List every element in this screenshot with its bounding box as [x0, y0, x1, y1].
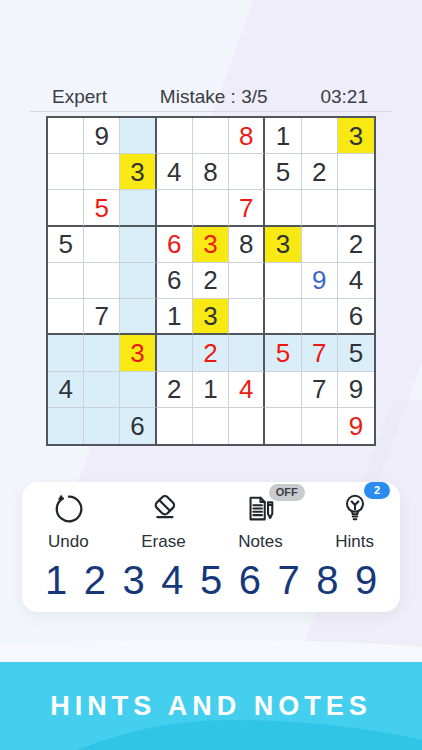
cell-r9c5[interactable]	[193, 408, 229, 444]
difficulty-label: Expert	[52, 86, 107, 108]
cell-r5c1[interactable]	[48, 263, 84, 299]
cell-r4c3[interactable]	[120, 227, 156, 263]
numpad-8[interactable]: 8	[309, 560, 345, 600]
cell-r7c4[interactable]	[157, 335, 193, 371]
cell-r4c6[interactable]: 8	[229, 227, 265, 263]
numpad-5[interactable]: 5	[193, 560, 229, 600]
undo-icon	[51, 492, 85, 529]
sudoku-board: 98133485257563832629471363257542147969	[46, 116, 376, 446]
cell-r1c9[interactable]: 3	[338, 118, 374, 154]
numpad-1[interactable]: 1	[38, 560, 74, 600]
cell-r1c1[interactable]	[48, 118, 84, 154]
cell-r8c2[interactable]	[84, 372, 120, 408]
cell-r9c9[interactable]: 9	[338, 408, 374, 444]
cell-r8c7[interactable]	[265, 372, 301, 408]
cell-r6c9[interactable]: 6	[338, 299, 374, 335]
numpad-4[interactable]: 4	[154, 560, 190, 600]
erase-label: Erase	[141, 532, 185, 552]
cell-r1c2[interactable]: 9	[84, 118, 120, 154]
notes-label: Notes	[238, 532, 282, 552]
hints-label: Hints	[335, 532, 374, 552]
cell-r2c6[interactable]	[229, 154, 265, 190]
cell-r4c8[interactable]	[302, 227, 338, 263]
cell-r6c1[interactable]	[48, 299, 84, 335]
cell-r1c7[interactable]: 1	[265, 118, 301, 154]
cell-r2c5[interactable]: 8	[193, 154, 229, 190]
notes-off-badge: OFF	[269, 484, 305, 501]
banner-text: HINTS AND NOTES	[50, 691, 372, 722]
cell-r4c9[interactable]: 2	[338, 227, 374, 263]
cell-r2c2[interactable]	[84, 154, 120, 190]
hints-count-badge: 2	[364, 482, 390, 499]
app-screen: Expert Mistake : 3/5 03:21 9813348525756…	[0, 0, 422, 750]
cell-r5c6[interactable]	[229, 263, 265, 299]
number-pad: 123456789	[22, 554, 400, 606]
cell-r2c7[interactable]: 5	[265, 154, 301, 190]
cell-r8c8[interactable]: 7	[302, 372, 338, 408]
cell-r1c8[interactable]	[302, 118, 338, 154]
cell-r5c7[interactable]	[265, 263, 301, 299]
eraser-icon	[146, 492, 180, 529]
cell-r3c8[interactable]	[302, 190, 338, 226]
cell-r1c6[interactable]: 8	[229, 118, 265, 154]
cell-r9c3[interactable]: 6	[120, 408, 156, 444]
cell-r7c3[interactable]: 3	[120, 335, 156, 371]
cell-r3c1[interactable]	[48, 190, 84, 226]
undo-label: Undo	[48, 532, 89, 552]
cell-r3c2[interactable]: 5	[84, 190, 120, 226]
cell-r2c4[interactable]: 4	[157, 154, 193, 190]
cell-r3c6[interactable]: 7	[229, 190, 265, 226]
cell-r7c6[interactable]	[229, 335, 265, 371]
cell-r7c8[interactable]: 7	[302, 335, 338, 371]
cell-r8c5[interactable]: 1	[193, 372, 229, 408]
cell-r7c5[interactable]: 2	[193, 335, 229, 371]
cell-r8c6[interactable]: 4	[229, 372, 265, 408]
header-divider	[30, 111, 392, 112]
toolbar: Undo Erase	[22, 490, 400, 552]
cell-r6c7[interactable]	[265, 299, 301, 335]
banner-swoosh	[0, 720, 422, 750]
notes-button[interactable]: OFF Notes	[234, 490, 286, 552]
cell-r5c5[interactable]: 2	[193, 263, 229, 299]
cell-r5c3[interactable]	[120, 263, 156, 299]
cell-r7c1[interactable]	[48, 335, 84, 371]
cell-r3c7[interactable]	[265, 190, 301, 226]
cell-r7c7[interactable]: 5	[265, 335, 301, 371]
cell-r6c5[interactable]: 3	[193, 299, 229, 335]
numpad-7[interactable]: 7	[271, 560, 307, 600]
numpad-2[interactable]: 2	[77, 560, 113, 600]
cell-r1c5[interactable]	[193, 118, 229, 154]
cell-r4c1[interactable]: 5	[48, 227, 84, 263]
cell-r9c4[interactable]	[157, 408, 193, 444]
cell-r4c7[interactable]: 3	[265, 227, 301, 263]
cell-r8c3[interactable]	[120, 372, 156, 408]
control-panel: Undo Erase	[22, 482, 400, 612]
cell-r4c2[interactable]	[84, 227, 120, 263]
cell-r6c8[interactable]	[302, 299, 338, 335]
cell-r6c4[interactable]: 1	[157, 299, 193, 335]
promo-banner: HINTS AND NOTES	[0, 662, 422, 750]
numpad-9[interactable]: 9	[348, 560, 384, 600]
cell-r5c9[interactable]: 4	[338, 263, 374, 299]
game-header: Expert Mistake : 3/5 03:21	[0, 84, 422, 110]
cell-r2c8[interactable]: 2	[302, 154, 338, 190]
timer: 03:21	[320, 86, 368, 108]
cell-r9c1[interactable]	[48, 408, 84, 444]
cell-r7c9[interactable]: 5	[338, 335, 374, 371]
numpad-6[interactable]: 6	[232, 560, 268, 600]
cell-r4c5[interactable]: 3	[193, 227, 229, 263]
cell-r3c9[interactable]	[338, 190, 374, 226]
cell-r2c3[interactable]: 3	[120, 154, 156, 190]
cell-r6c6[interactable]	[229, 299, 265, 335]
cell-r3c5[interactable]	[193, 190, 229, 226]
cell-r2c1[interactable]	[48, 154, 84, 190]
cell-r9c2[interactable]	[84, 408, 120, 444]
cell-r8c9[interactable]: 9	[338, 372, 374, 408]
cell-r1c3[interactable]	[120, 118, 156, 154]
cell-r6c2[interactable]: 7	[84, 299, 120, 335]
cell-r8c4[interactable]: 2	[157, 372, 193, 408]
cell-r9c8[interactable]	[302, 408, 338, 444]
mistake-counter: Mistake : 3/5	[160, 86, 268, 108]
lightbulb-icon	[338, 492, 372, 529]
erase-button[interactable]: Erase	[137, 490, 189, 552]
cell-r3c3[interactable]	[120, 190, 156, 226]
undo-button[interactable]: Undo	[44, 490, 93, 552]
hints-button[interactable]: 2 Hints	[331, 490, 378, 552]
cell-r3c4[interactable]	[157, 190, 193, 226]
cell-r9c7[interactable]	[265, 408, 301, 444]
cell-r6c3[interactable]	[120, 299, 156, 335]
cell-r7c2[interactable]	[84, 335, 120, 371]
cell-r5c2[interactable]	[84, 263, 120, 299]
cell-r8c1[interactable]: 4	[48, 372, 84, 408]
cell-r4c4[interactable]: 6	[157, 227, 193, 263]
cell-r1c4[interactable]	[157, 118, 193, 154]
cell-r5c4[interactable]: 6	[157, 263, 193, 299]
cell-r2c9[interactable]	[338, 154, 374, 190]
cell-r5c8[interactable]: 9	[302, 263, 338, 299]
cell-r9c6[interactable]	[229, 408, 265, 444]
numpad-3[interactable]: 3	[116, 560, 152, 600]
